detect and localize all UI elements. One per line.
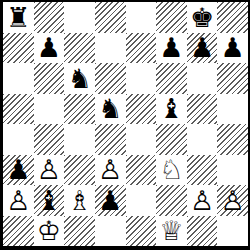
square-a4[interactable] [3, 124, 34, 155]
square-d4[interactable] [95, 124, 126, 155]
square-b8[interactable] [34, 2, 65, 33]
square-d3[interactable]: ♟♙ [95, 155, 126, 186]
square-h2[interactable]: ♟♙ [217, 185, 248, 216]
square-f5[interactable]: ♝ [156, 94, 187, 125]
white-bishop-piece[interactable]: ♗ [64, 185, 95, 216]
square-g7[interactable]: ♟ [187, 33, 218, 64]
white-knight-fill: ♞ [156, 155, 187, 186]
square-d8[interactable] [95, 2, 126, 33]
square-h7[interactable]: ♟ [217, 33, 248, 64]
square-c1[interactable] [64, 216, 95, 247]
square-e6[interactable] [126, 63, 157, 94]
square-e1[interactable] [126, 216, 157, 247]
square-e7[interactable] [126, 33, 157, 64]
square-d2[interactable]: ♟ [95, 185, 126, 216]
square-b5[interactable] [34, 94, 65, 125]
square-g2[interactable]: ♟♙ [187, 185, 218, 216]
white-pawn-fill: ♟ [3, 185, 34, 216]
square-a5[interactable] [3, 94, 34, 125]
square-a7[interactable] [3, 33, 34, 64]
square-c5[interactable] [64, 94, 95, 125]
square-a8[interactable]: ♜ [3, 2, 34, 33]
square-e4[interactable] [126, 124, 157, 155]
square-d7[interactable] [95, 33, 126, 64]
white-pawn-piece[interactable]: ♙ [34, 155, 65, 186]
black-knight-piece[interactable]: ♞ [95, 94, 126, 125]
black-pawn-piece[interactable]: ♟ [95, 185, 126, 216]
white-pawn-fill: ♟ [34, 155, 65, 186]
square-f7[interactable]: ♟ [156, 33, 187, 64]
square-b3[interactable]: ♟♙ [34, 155, 65, 186]
white-pawn-piece[interactable]: ♙ [217, 185, 248, 216]
square-h8[interactable] [217, 2, 248, 33]
square-d5[interactable]: ♞ [95, 94, 126, 125]
white-knight-piece[interactable]: ♘ [156, 155, 187, 186]
square-g5[interactable] [187, 94, 218, 125]
white-bishop-fill: ♝ [64, 185, 95, 216]
white-king-piece[interactable]: ♔ [34, 216, 65, 247]
square-f4[interactable] [156, 124, 187, 155]
square-h1[interactable] [217, 216, 248, 247]
black-king-piece[interactable]: ♚ [187, 2, 218, 33]
square-b6[interactable] [34, 63, 65, 94]
black-pawn-piece[interactable]: ♟ [217, 33, 248, 64]
black-bishop-piece[interactable]: ♝ [156, 94, 187, 125]
white-king-fill: ♚ [34, 216, 65, 247]
square-f1[interactable]: ♛♕ [156, 216, 187, 247]
square-b4[interactable] [34, 124, 65, 155]
white-pawn-piece[interactable]: ♙ [95, 155, 126, 186]
square-c7[interactable] [64, 33, 95, 64]
square-h5[interactable] [217, 94, 248, 125]
black-pawn-piece[interactable]: ♟ [34, 33, 65, 64]
square-g4[interactable] [187, 124, 218, 155]
white-pawn-fill: ♟ [217, 185, 248, 216]
black-pawn-piece[interactable]: ♟ [3, 155, 34, 186]
square-e8[interactable] [126, 2, 157, 33]
square-g3[interactable] [187, 155, 218, 186]
white-queen-fill: ♛ [156, 216, 187, 247]
square-c4[interactable] [64, 124, 95, 155]
square-c8[interactable] [64, 2, 95, 33]
square-a1[interactable] [3, 216, 34, 247]
square-f6[interactable] [156, 63, 187, 94]
square-h6[interactable] [217, 63, 248, 94]
white-pawn-fill: ♟ [187, 185, 218, 216]
square-c6[interactable]: ♞ [64, 63, 95, 94]
black-rook-piece[interactable]: ♜ [3, 2, 34, 33]
black-knight-piece[interactable]: ♞ [64, 63, 95, 94]
black-pawn-piece[interactable]: ♟ [187, 33, 218, 64]
square-g6[interactable] [187, 63, 218, 94]
square-e5[interactable] [126, 94, 157, 125]
square-a6[interactable] [3, 63, 34, 94]
square-b1[interactable]: ♚♔ [34, 216, 65, 247]
square-f2[interactable] [156, 185, 187, 216]
white-pawn-piece[interactable]: ♙ [3, 185, 34, 216]
white-queen-piece[interactable]: ♕ [156, 216, 187, 247]
square-f8[interactable] [156, 2, 187, 33]
square-b7[interactable]: ♟ [34, 33, 65, 64]
square-c2[interactable]: ♝♗ [64, 185, 95, 216]
square-b2[interactable]: ♝ [34, 185, 65, 216]
black-bishop-piece[interactable]: ♝ [34, 185, 65, 216]
square-d6[interactable] [95, 63, 126, 94]
square-e3[interactable] [126, 155, 157, 186]
square-f3[interactable]: ♞♘ [156, 155, 187, 186]
square-c3[interactable] [64, 155, 95, 186]
white-pawn-piece[interactable]: ♙ [187, 185, 218, 216]
square-h3[interactable] [217, 155, 248, 186]
square-g8[interactable]: ♚ [187, 2, 218, 33]
square-a2[interactable]: ♟♙ [3, 185, 34, 216]
square-e2[interactable] [126, 185, 157, 216]
square-g1[interactable] [187, 216, 218, 247]
black-pawn-piece[interactable]: ♟ [156, 33, 187, 64]
square-a3[interactable]: ♟ [3, 155, 34, 186]
square-h4[interactable] [217, 124, 248, 155]
chess-board: ♜♚♟♟♟♟♞♞♝♟♟♙♟♙♞♘♟♙♝♝♗♟♟♙♟♙♚♔♛♕ [0, 0, 250, 250]
square-d1[interactable] [95, 216, 126, 247]
white-pawn-fill: ♟ [95, 155, 126, 186]
